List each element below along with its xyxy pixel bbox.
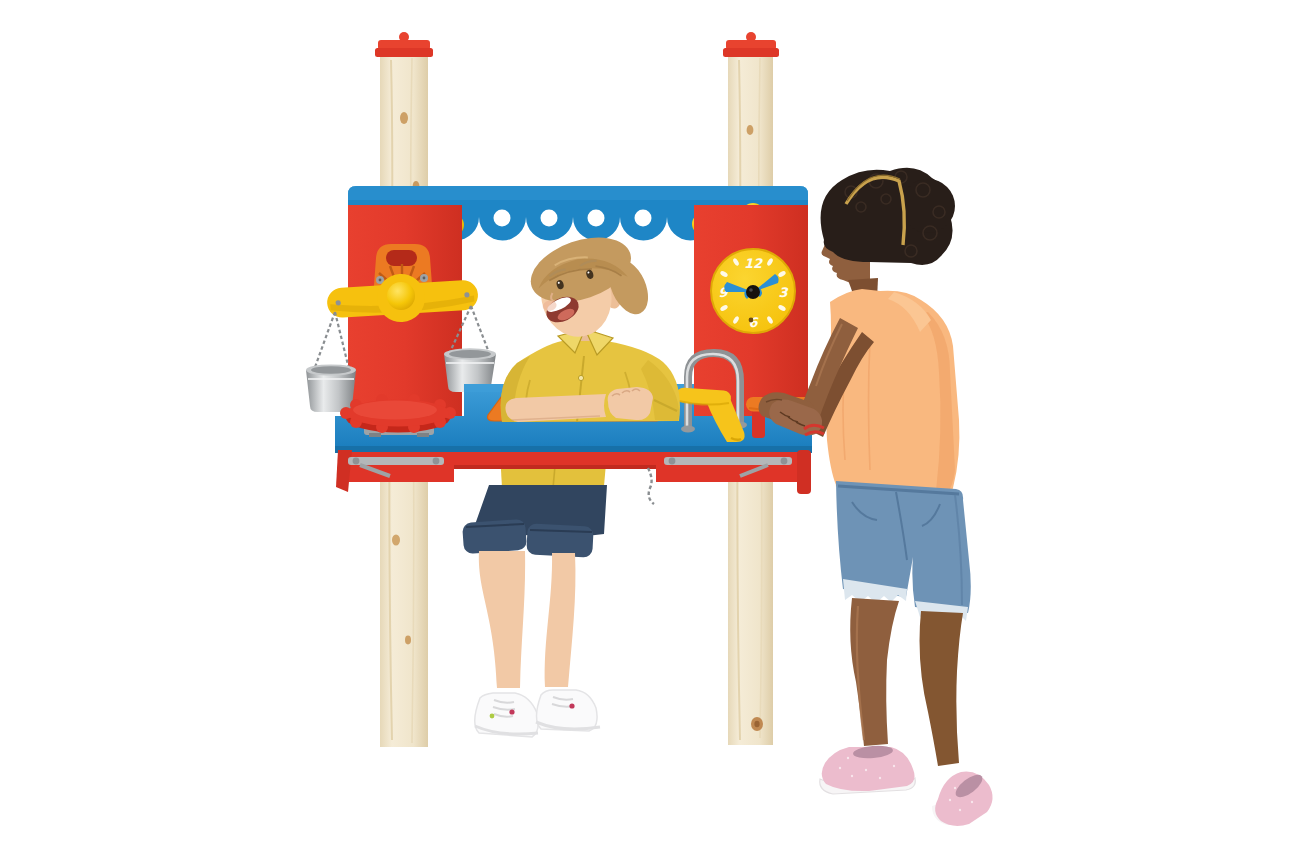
boy-hand <box>608 387 653 420</box>
girl-hair <box>821 168 955 265</box>
right-post-cap <box>723 32 779 57</box>
girl-legs <box>850 598 963 766</box>
play-clock: 12 3 6 9 <box>711 249 795 333</box>
counter-front-edge <box>335 446 812 453</box>
girl-right-shoe <box>932 771 993 826</box>
boy-legs <box>479 551 576 688</box>
girl-left-shoe <box>820 744 916 794</box>
boy-left-sneaker <box>475 693 538 737</box>
clock-hub <box>746 285 760 299</box>
boy-upper-body <box>501 222 680 422</box>
left-scale-bucket <box>306 364 356 412</box>
boy-lower-body <box>462 452 607 737</box>
scale-center-knob <box>387 282 415 310</box>
product-photo-scene: 12 3 6 9 <box>0 0 1300 867</box>
left-post-cap <box>375 32 433 57</box>
clock-numeral-3: 3 <box>778 285 788 300</box>
scene-svg: 12 3 6 9 <box>0 0 1300 867</box>
boy-right-sneaker <box>536 690 600 731</box>
boy-head <box>519 222 658 345</box>
girl-top <box>826 289 959 498</box>
hanging-chain <box>648 468 654 504</box>
clock-numeral-12: 12 <box>744 256 763 271</box>
boy-shorts <box>462 485 607 558</box>
